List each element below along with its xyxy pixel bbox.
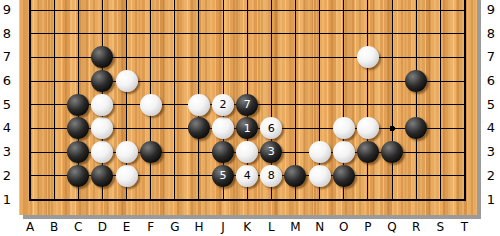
row-label: 1: [0, 193, 14, 207]
go-stone-white: [116, 141, 138, 163]
row-label: 3: [0, 145, 14, 159]
board-cell: [66, 140, 90, 164]
board-cell: [404, 69, 428, 93]
go-stone-white-move-6: 6: [260, 117, 282, 139]
column-label: M: [284, 220, 308, 234]
board-cell: [283, 164, 307, 188]
column-label: S: [428, 220, 452, 234]
board-cell: [66, 164, 90, 188]
go-stone-black: [67, 94, 89, 116]
row-label: 8: [484, 27, 498, 41]
board-cell: [356, 116, 380, 140]
go-stone-white: [91, 117, 113, 139]
column-label: R: [404, 220, 428, 234]
board-cell: [90, 116, 114, 140]
go-stone-white: [357, 117, 379, 139]
row-label: 2: [0, 169, 14, 183]
go-stone-white-move-8: 8: [260, 165, 282, 187]
go-stone-white: [212, 117, 234, 139]
go-stone-white: [91, 94, 113, 116]
row-label: 5: [484, 98, 498, 112]
go-stone-white: [236, 141, 258, 163]
go-stone-black: [381, 141, 403, 163]
go-board[interactable]: 51732486: [19, 0, 477, 215]
go-stone-black-move-1: 1: [236, 117, 258, 139]
row-label: 9: [484, 3, 498, 17]
column-label: H: [187, 220, 211, 234]
row-label: 7: [0, 50, 14, 64]
board-cell: [90, 45, 114, 69]
row-label: 7: [484, 50, 498, 64]
row-label: 2: [484, 169, 498, 183]
board-cell: 3: [259, 140, 283, 164]
go-board-diagram: 51732486 987654321 987654321 ABCDEFGHJKL…: [0, 0, 500, 236]
board-cell: [139, 140, 163, 164]
go-stone-white: [333, 117, 355, 139]
board-cell: [356, 140, 380, 164]
go-stone-black-move-5: 5: [212, 165, 234, 187]
column-label: Q: [380, 220, 404, 234]
go-stone-black: [405, 117, 427, 139]
board-cell: 2: [211, 93, 235, 117]
board-cell: [332, 116, 356, 140]
go-stone-black: [284, 165, 306, 187]
board-cell: 1: [235, 116, 259, 140]
board-cell: [90, 69, 114, 93]
board-cell: [332, 164, 356, 188]
column-label: L: [259, 220, 283, 234]
column-label: D: [90, 220, 114, 234]
go-stone-white: [116, 165, 138, 187]
board-cell: [356, 45, 380, 69]
board-cell: [90, 93, 114, 117]
go-stone-black: [67, 117, 89, 139]
go-stone-white: [357, 46, 379, 68]
go-stone-white: [188, 94, 210, 116]
board-cell: [66, 93, 90, 117]
board-cell: [332, 140, 356, 164]
board-cell: [115, 140, 139, 164]
go-stone-white: [116, 70, 138, 92]
column-label: F: [139, 220, 163, 234]
go-stone-black: [188, 117, 210, 139]
go-stone-white-move-2: 2: [212, 94, 234, 116]
go-stone-black: [333, 165, 355, 187]
board-cell: [308, 140, 332, 164]
column-label: N: [308, 220, 332, 234]
board-cell: [90, 164, 114, 188]
row-label: 8: [0, 27, 14, 41]
board-cell: [308, 164, 332, 188]
column-label: G: [163, 220, 187, 234]
go-stone-black: [91, 46, 113, 68]
go-stone-white: [140, 94, 162, 116]
board-cell: [187, 116, 211, 140]
column-label: J: [211, 220, 235, 234]
column-label: P: [356, 220, 380, 234]
go-stone-white: [333, 141, 355, 163]
row-label: 4: [484, 121, 498, 135]
board-cell: [235, 140, 259, 164]
column-label: A: [18, 220, 42, 234]
board-cell: [380, 140, 404, 164]
go-stone-black: [91, 165, 113, 187]
go-stone-black: [91, 70, 113, 92]
row-label: 4: [0, 121, 14, 135]
stones-layer: 51732486: [18, 0, 476, 211]
column-label: T: [453, 220, 477, 234]
row-label: 6: [0, 74, 14, 88]
column-label: O: [332, 220, 356, 234]
board-cell: [187, 93, 211, 117]
go-stone-white: [91, 141, 113, 163]
column-label: E: [115, 220, 139, 234]
board-cell: [115, 164, 139, 188]
board-shadow-right: [477, 0, 481, 219]
board-cell: 4: [235, 164, 259, 188]
board-cell: [115, 69, 139, 93]
row-label: 9: [0, 3, 14, 17]
row-label: 6: [484, 74, 498, 88]
go-stone-black: [212, 141, 234, 163]
board-cell: [90, 140, 114, 164]
row-label: 1: [484, 193, 498, 207]
board-cell: 7: [235, 93, 259, 117]
board-cell: [211, 140, 235, 164]
go-stone-black: [67, 141, 89, 163]
go-stone-black: [140, 141, 162, 163]
go-stone-black: [405, 70, 427, 92]
board-cell: [211, 116, 235, 140]
board-cell: [66, 116, 90, 140]
go-stone-black-move-3: 3: [260, 141, 282, 163]
go-stone-black-move-7: 7: [236, 94, 258, 116]
go-stone-white: [309, 165, 331, 187]
board-cell: 8: [259, 164, 283, 188]
column-label: B: [42, 220, 66, 234]
board-shadow-bottom: [23, 215, 481, 219]
board-cell: [404, 116, 428, 140]
board-cell: [139, 93, 163, 117]
row-label: 5: [0, 98, 14, 112]
go-stone-black: [357, 141, 379, 163]
column-label: K: [235, 220, 259, 234]
column-label: C: [66, 220, 90, 234]
row-label: 3: [484, 145, 498, 159]
board-cell: 5: [211, 164, 235, 188]
go-stone-black: [67, 165, 89, 187]
go-stone-white-move-4: 4: [236, 165, 258, 187]
board-cell: 6: [259, 116, 283, 140]
go-stone-white: [309, 141, 331, 163]
